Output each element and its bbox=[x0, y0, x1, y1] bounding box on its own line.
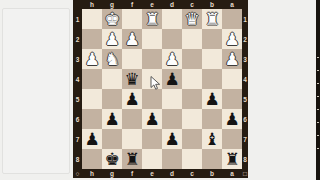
square-d2[interactable] bbox=[162, 29, 182, 49]
black-pawn[interactable]: ♟ bbox=[104, 110, 119, 127]
right-window-edge bbox=[316, 0, 320, 180]
rank-label-left-4: 4 bbox=[73, 69, 82, 89]
square-f7[interactable] bbox=[122, 129, 142, 149]
white-pawn[interactable]: ♟ bbox=[104, 30, 119, 47]
square-b6[interactable] bbox=[202, 109, 222, 129]
square-c1[interactable]: ♛ bbox=[182, 9, 202, 29]
square-a5[interactable] bbox=[222, 89, 242, 109]
black-rook[interactable]: ♜ bbox=[224, 150, 239, 167]
square-h7[interactable]: ♟ bbox=[82, 129, 102, 149]
square-a2[interactable]: ♟ bbox=[222, 29, 242, 49]
square-h1[interactable] bbox=[82, 9, 102, 29]
rank-label-right-4: 4 bbox=[242, 69, 248, 89]
black-pawn[interactable]: ♟ bbox=[164, 130, 179, 147]
rank-label-left-8: 8 bbox=[73, 149, 82, 169]
rank-label-right-5: 5 bbox=[242, 89, 248, 109]
square-e1[interactable]: ♜ bbox=[142, 9, 162, 29]
white-pawn[interactable]: ♟ bbox=[124, 30, 139, 47]
left-panel bbox=[2, 8, 70, 174]
square-b8[interactable] bbox=[202, 149, 222, 169]
rank-label-right-2: 2 bbox=[242, 29, 248, 49]
file-label-top-a: a bbox=[222, 0, 242, 9]
board-corner-top-right bbox=[242, 0, 248, 9]
square-e4[interactable] bbox=[142, 69, 162, 89]
square-g1[interactable]: ♚ bbox=[102, 9, 122, 29]
square-a4[interactable] bbox=[222, 69, 242, 89]
square-f8[interactable]: ♜ bbox=[122, 149, 142, 169]
square-h3[interactable]: ♟ bbox=[82, 49, 102, 69]
black-bishop[interactable]: ♝ bbox=[204, 130, 219, 147]
black-pawn[interactable]: ♟ bbox=[164, 70, 179, 87]
square-e2[interactable] bbox=[142, 29, 162, 49]
square-d8[interactable] bbox=[162, 149, 182, 169]
square-b2[interactable] bbox=[202, 29, 222, 49]
chess-app-window: hgfedcba1♚♜♛♜12♟♟♟23♟♞♟♟34♛♟45♟♟56♟♟♟67♟… bbox=[0, 0, 320, 180]
square-d3[interactable]: ♟ bbox=[162, 49, 182, 69]
square-c7[interactable] bbox=[182, 129, 202, 149]
square-f3[interactable] bbox=[122, 49, 142, 69]
square-f1[interactable] bbox=[122, 9, 142, 29]
black-pawn[interactable]: ♟ bbox=[84, 130, 99, 147]
black-pawn[interactable]: ♟ bbox=[224, 110, 239, 127]
white-knight[interactable]: ♞ bbox=[104, 50, 119, 67]
square-e3[interactable] bbox=[142, 49, 162, 69]
file-label-top-d: d bbox=[162, 0, 182, 9]
square-f4[interactable]: ♛ bbox=[122, 69, 142, 89]
file-label-bottom-h: h bbox=[82, 169, 102, 178]
white-pawn[interactable]: ♟ bbox=[164, 50, 179, 67]
file-label-bottom-d: d bbox=[162, 169, 182, 178]
square-d1[interactable] bbox=[162, 9, 182, 29]
file-label-bottom-e: e bbox=[142, 169, 162, 178]
rank-label-left-7: 7 bbox=[73, 129, 82, 149]
file-label-bottom-c: c bbox=[182, 169, 202, 178]
rank-label-right-1: 1 bbox=[242, 9, 248, 29]
square-d5[interactable] bbox=[162, 89, 182, 109]
square-f2[interactable]: ♟ bbox=[122, 29, 142, 49]
white-queen[interactable]: ♛ bbox=[184, 10, 199, 27]
black-pawn[interactable]: ♟ bbox=[204, 90, 219, 107]
square-c6[interactable] bbox=[182, 109, 202, 129]
black-rook[interactable]: ♜ bbox=[124, 150, 139, 167]
square-g3[interactable]: ♞ bbox=[102, 49, 122, 69]
square-a7[interactable] bbox=[222, 129, 242, 149]
square-e6[interactable]: ♟ bbox=[142, 109, 162, 129]
rank-label-left-6: 6 bbox=[73, 109, 82, 129]
black-queen[interactable]: ♛ bbox=[124, 70, 139, 87]
square-d6[interactable] bbox=[162, 109, 182, 129]
file-label-bottom-b: b bbox=[202, 169, 222, 178]
corner-marker-circle: ○ bbox=[73, 169, 82, 178]
square-d4[interactable]: ♟ bbox=[162, 69, 182, 89]
square-g7[interactable] bbox=[102, 129, 122, 149]
square-a1[interactable] bbox=[222, 9, 242, 29]
right-edge-texture bbox=[317, 57, 319, 161]
square-g2[interactable]: ♟ bbox=[102, 29, 122, 49]
rank-label-left-3: 3 bbox=[73, 49, 82, 69]
white-rook[interactable]: ♜ bbox=[144, 10, 159, 27]
rank-label-right-6: 6 bbox=[242, 109, 248, 129]
file-label-bottom-f: f bbox=[122, 169, 142, 178]
white-pawn[interactable]: ♟ bbox=[84, 50, 99, 67]
white-pawn[interactable]: ♟ bbox=[224, 50, 239, 67]
file-label-top-f: f bbox=[122, 0, 142, 9]
square-h2[interactable] bbox=[82, 29, 102, 49]
black-pawn[interactable]: ♟ bbox=[124, 90, 139, 107]
square-f5[interactable]: ♟ bbox=[122, 89, 142, 109]
rank-label-right-8: 8 bbox=[242, 149, 248, 169]
square-g6[interactable]: ♟ bbox=[102, 109, 122, 129]
white-rook[interactable]: ♜ bbox=[204, 10, 219, 27]
square-e7[interactable] bbox=[142, 129, 162, 149]
chess-board[interactable]: hgfedcba1♚♜♛♜12♟♟♟23♟♞♟♟34♛♟45♟♟56♟♟♟67♟… bbox=[73, 0, 248, 178]
square-b7[interactable]: ♝ bbox=[202, 129, 222, 149]
square-c5[interactable] bbox=[182, 89, 202, 109]
square-g8[interactable]: ♚ bbox=[102, 149, 122, 169]
file-label-bottom-a: a bbox=[222, 169, 242, 178]
square-h5[interactable] bbox=[82, 89, 102, 109]
file-label-bottom-g: g bbox=[102, 169, 122, 178]
black-pawn[interactable]: ♟ bbox=[144, 110, 159, 127]
square-b5[interactable]: ♟ bbox=[202, 89, 222, 109]
square-a3[interactable]: ♟ bbox=[222, 49, 242, 69]
corner-marker-square: □ bbox=[242, 169, 248, 178]
rank-label-right-7: 7 bbox=[242, 129, 248, 149]
board-corner-top-left bbox=[73, 0, 82, 9]
square-b1[interactable]: ♜ bbox=[202, 9, 222, 29]
file-label-top-h: h bbox=[82, 0, 102, 9]
square-h4[interactable] bbox=[82, 69, 102, 89]
square-f6[interactable] bbox=[122, 109, 142, 129]
rank-label-left-5: 5 bbox=[73, 89, 82, 109]
square-b4[interactable] bbox=[202, 69, 222, 89]
white-pawn[interactable]: ♟ bbox=[224, 30, 239, 47]
square-d7[interactable]: ♟ bbox=[162, 129, 182, 149]
rank-label-left-1: 1 bbox=[73, 9, 82, 29]
rank-label-left-2: 2 bbox=[73, 29, 82, 49]
square-e5[interactable] bbox=[142, 89, 162, 109]
square-c2[interactable] bbox=[182, 29, 202, 49]
square-g4[interactable] bbox=[102, 69, 122, 89]
square-e8[interactable] bbox=[142, 149, 162, 169]
black-king[interactable]: ♚ bbox=[104, 150, 119, 167]
square-b3[interactable] bbox=[202, 49, 222, 69]
square-c4[interactable] bbox=[182, 69, 202, 89]
square-h8[interactable] bbox=[82, 149, 102, 169]
square-c3[interactable] bbox=[182, 49, 202, 69]
square-c8[interactable] bbox=[182, 149, 202, 169]
square-a8[interactable]: ♜ bbox=[222, 149, 242, 169]
white-king[interactable]: ♚ bbox=[104, 10, 119, 27]
square-h6[interactable] bbox=[82, 109, 102, 129]
square-a6[interactable]: ♟ bbox=[222, 109, 242, 129]
rank-label-right-3: 3 bbox=[242, 49, 248, 69]
square-g5[interactable] bbox=[102, 89, 122, 109]
